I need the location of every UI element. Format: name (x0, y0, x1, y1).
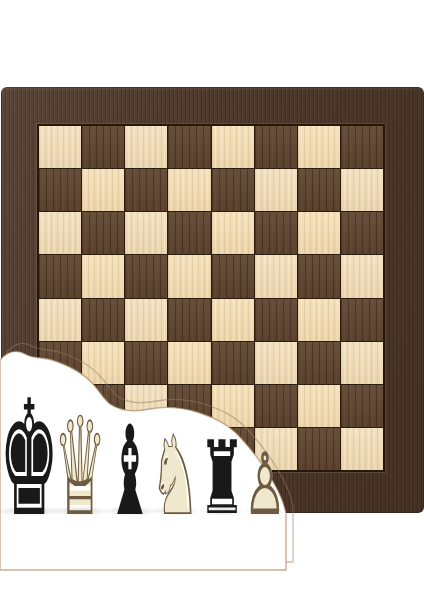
board-square-dark (125, 169, 167, 211)
board-square-light (341, 169, 383, 211)
white-knight-outline-glyph: ♘ (149, 420, 201, 531)
white-pawn-piece: ♟♙ (244, 441, 286, 527)
board-square-dark (298, 169, 340, 211)
board-square-light (125, 299, 167, 341)
board-square-dark (82, 299, 124, 341)
board-square-dark (255, 126, 297, 168)
board-square-dark (341, 299, 383, 341)
board-square-light (168, 255, 210, 297)
board-square-dark (212, 255, 254, 297)
board-square-dark (341, 126, 383, 168)
board-square-dark (39, 255, 81, 297)
board-square-dark (212, 169, 254, 211)
board-square-dark (255, 299, 297, 341)
board-square-light (298, 212, 340, 254)
black-bishop-piece: ♝ (106, 409, 155, 533)
white-queen-outline-glyph: ♕ (53, 399, 107, 535)
board-square-dark (341, 212, 383, 254)
white-knight-piece: ♞♘ (149, 420, 201, 531)
board-square-light (341, 428, 383, 470)
board-square-light (168, 169, 210, 211)
board-square-light (39, 299, 81, 341)
black-rook-piece: ♜ (198, 428, 245, 529)
board-square-light (212, 126, 254, 168)
black-bishop-glyph: ♝ (106, 399, 155, 543)
board-square-light (39, 126, 81, 168)
board-square-dark (125, 342, 167, 384)
board-square-light (39, 212, 81, 254)
board-square-light (255, 255, 297, 297)
board-square-dark (168, 299, 210, 341)
board-square-light (298, 126, 340, 168)
white-queen-piece: ♛♕ (53, 399, 107, 535)
board-square-light (125, 212, 167, 254)
board-square-dark (82, 126, 124, 168)
board-square-dark (255, 385, 297, 427)
board-square-light (82, 169, 124, 211)
board-square-dark (341, 385, 383, 427)
board-square-light (82, 342, 124, 384)
board-square-dark (125, 255, 167, 297)
black-rook-glyph: ♜ (198, 419, 245, 537)
board-square-dark (82, 212, 124, 254)
white-pawn-outline-glyph: ♙ (244, 441, 286, 527)
board-square-dark (255, 212, 297, 254)
board-square-light (255, 342, 297, 384)
board-square-dark (168, 212, 210, 254)
black-king-piece: ♚ (0, 379, 59, 539)
board-square-dark (298, 428, 340, 470)
board-square-light (341, 342, 383, 384)
board-square-light (298, 299, 340, 341)
board-square-light (341, 255, 383, 297)
board-square-dark (168, 126, 210, 168)
board-square-light (255, 169, 297, 211)
board-square-dark (298, 255, 340, 297)
board-square-light (168, 342, 210, 384)
board-square-dark (39, 169, 81, 211)
board-square-light (212, 212, 254, 254)
board-square-light (212, 299, 254, 341)
board-square-light (82, 255, 124, 297)
product-photo-stage: ♚♛♕♝♞♘♜♟♙ (0, 0, 424, 600)
black-king-glyph: ♚ (0, 365, 59, 552)
board-square-light (125, 126, 167, 168)
board-square-dark (212, 342, 254, 384)
board-square-dark (298, 342, 340, 384)
board-square-light (298, 385, 340, 427)
